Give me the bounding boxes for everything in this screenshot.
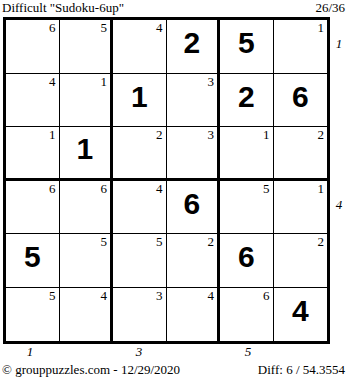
cell-r2c2[interactable]: 1: [60, 74, 114, 128]
corner-mark: 6: [263, 288, 270, 303]
corner-mark: 5: [49, 288, 56, 303]
cell-r5c3[interactable]: 5: [113, 234, 167, 288]
row-label-right-1: 1: [332, 37, 346, 51]
cell-r1c1[interactable]: 6: [6, 20, 60, 74]
given-digit: 5: [24, 242, 41, 272]
corner-mark: 1: [263, 127, 270, 142]
corner-mark: 5: [101, 234, 108, 249]
given-digit: 4: [292, 296, 309, 326]
cell-r3c3[interactable]: 2: [113, 127, 167, 181]
given-digit: 6: [292, 82, 309, 112]
corner-mark: 1: [49, 127, 56, 142]
corner-mark: 1: [318, 181, 325, 196]
corner-mark: 2: [156, 127, 163, 142]
cell-r5c6[interactable]: 2: [274, 234, 328, 288]
cell-r6c1[interactable]: 5: [6, 288, 60, 342]
given-digit: 2: [183, 28, 200, 58]
given-digit: 5: [238, 28, 255, 58]
cell-r5c1[interactable]: 5: [6, 234, 60, 288]
cell-r2c6[interactable]: 6: [274, 74, 328, 128]
cell-r4c5[interactable]: 5: [220, 181, 274, 235]
cell-r6c6[interactable]: 4: [274, 288, 328, 342]
cell-r1c3[interactable]: 4: [113, 20, 167, 74]
cell-r2c1[interactable]: 4: [6, 74, 60, 128]
corner-mark: 1: [318, 20, 325, 35]
cell-r4c1[interactable]: 6: [6, 181, 60, 235]
cell-r1c5[interactable]: 5: [220, 20, 274, 74]
cell-r3c6[interactable]: 2: [274, 127, 328, 181]
corner-mark: 6: [49, 181, 56, 196]
corner-mark: 3: [208, 74, 215, 89]
corner-mark: 2: [318, 127, 325, 142]
corner-mark: 3: [208, 127, 215, 142]
cell-r4c2[interactable]: 6: [60, 181, 114, 235]
corner-mark: 5: [263, 181, 270, 196]
cell-r3c4[interactable]: 3: [167, 127, 221, 181]
cell-r3c1[interactable]: 1: [6, 127, 60, 181]
page-title: Difficult "Sudoku-6up": [2, 0, 124, 15]
cell-r6c3[interactable]: 3: [113, 288, 167, 342]
corner-mark: 4: [208, 288, 215, 303]
footer-difficulty: Diff: 6 / 54.3554: [258, 362, 345, 378]
given-digit: 1: [131, 82, 148, 112]
col-label-bottom-3: 3: [132, 345, 146, 359]
cell-r2c5[interactable]: 2: [220, 74, 274, 128]
corner-mark: 4: [156, 20, 163, 35]
given-digit: 6: [238, 242, 255, 272]
given-digit: 6: [183, 189, 200, 219]
corner-mark: 3: [156, 288, 163, 303]
col-label-bottom-5: 5: [241, 345, 255, 359]
corner-mark: 4: [156, 181, 163, 196]
cell-r6c4[interactable]: 4: [167, 288, 221, 342]
cell-r3c2[interactable]: 1: [60, 127, 114, 181]
corner-mark: 1: [101, 74, 108, 89]
cell-r5c4[interactable]: 2: [167, 234, 221, 288]
given-digit: 1: [76, 134, 93, 164]
corner-mark: 4: [101, 288, 108, 303]
given-digit: 2: [238, 82, 255, 112]
cell-r5c5[interactable]: 6: [220, 234, 274, 288]
col-label-bottom-1: 1: [23, 345, 37, 359]
cell-r6c5[interactable]: 6: [220, 288, 274, 342]
sudoku-board: 654251411326112312664651555262543464: [3, 17, 330, 344]
corner-mark: 4: [49, 74, 56, 89]
cell-r4c6[interactable]: 1: [274, 181, 328, 235]
cell-r6c2[interactable]: 4: [60, 288, 114, 342]
cell-r3c5[interactable]: 1: [220, 127, 274, 181]
corner-mark: 6: [101, 181, 108, 196]
cell-r1c2[interactable]: 5: [60, 20, 114, 74]
corner-mark: 2: [208, 234, 215, 249]
puzzle-counter: 26/36: [315, 0, 345, 15]
corner-mark: 5: [101, 20, 108, 35]
footer-copyright: © grouppuzzles.com - 12/29/2020: [2, 362, 180, 378]
cell-r1c6[interactable]: 1: [274, 20, 328, 74]
cell-r5c2[interactable]: 5: [60, 234, 114, 288]
corner-mark: 6: [49, 20, 56, 35]
cell-r4c4[interactable]: 6: [167, 181, 221, 235]
cell-r4c3[interactable]: 4: [113, 181, 167, 235]
cell-r2c3[interactable]: 1: [113, 74, 167, 128]
puzzle-page: Difficult "Sudoku-6up" 26/36 65425141132…: [0, 0, 347, 381]
corner-mark: 2: [318, 234, 325, 249]
cell-r1c4[interactable]: 2: [167, 20, 221, 74]
corner-mark: 5: [156, 234, 163, 249]
row-label-right-4: 4: [332, 198, 346, 212]
cell-r2c4[interactable]: 3: [167, 74, 221, 128]
